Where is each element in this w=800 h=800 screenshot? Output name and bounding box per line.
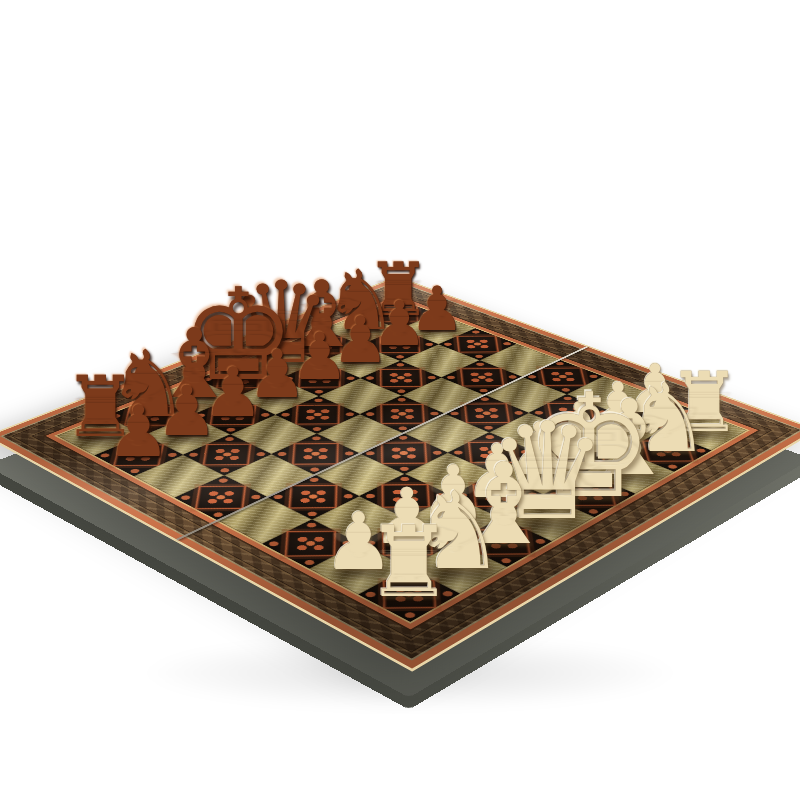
- black-pawn-a7[interactable]: ♟: [107, 396, 171, 467]
- white-rook-a1[interactable]: ♜: [365, 512, 453, 610]
- product-photo-scene: ♜♞♝♚♛♝♞♜♟♟♟♟♟♟♟♟♟♟♟♟♟♟♟♟♜♞♝♛♚♝♞♜: [0, 0, 800, 800]
